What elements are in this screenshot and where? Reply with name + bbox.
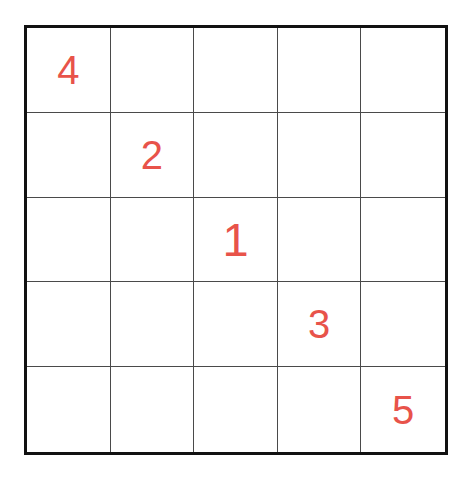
grid-cell-r3c3[interactable]: 3 (278, 282, 362, 367)
puzzle-board: 42135 (24, 25, 448, 455)
grid-cell-r1c4[interactable] (361, 113, 445, 198)
grid-cell-r2c2[interactable]: 1 (194, 198, 278, 283)
grid-cell-r3c4[interactable] (361, 282, 445, 367)
grid-cell-r4c2[interactable] (194, 367, 278, 452)
grid-cell-r1c0[interactable] (27, 113, 111, 198)
grid-cell-r2c3[interactable] (278, 198, 362, 283)
grid-cell-r2c1[interactable] (111, 198, 195, 283)
cell-value: 2 (141, 135, 163, 175)
cell-value: 1 (222, 216, 248, 263)
grid-cell-r0c3[interactable] (278, 28, 362, 113)
grid-cell-r3c2[interactable] (194, 282, 278, 367)
grid-cell-r0c2[interactable] (194, 28, 278, 113)
grid-cell-r1c2[interactable] (194, 113, 278, 198)
cell-value: 4 (57, 50, 79, 90)
grid-cell-r4c4[interactable]: 5 (361, 367, 445, 452)
grid-cell-r4c0[interactable] (27, 367, 111, 452)
grid-cell-r3c1[interactable] (111, 282, 195, 367)
puzzle-page: 42135 (0, 0, 472, 480)
cell-value: 3 (308, 304, 330, 344)
grid-cell-r0c0[interactable]: 4 (27, 28, 111, 113)
grid-cell-r4c3[interactable] (278, 367, 362, 452)
cell-value: 5 (392, 390, 414, 430)
grid-cell-r2c0[interactable] (27, 198, 111, 283)
grid-cell-r0c4[interactable] (361, 28, 445, 113)
grid-cell-r3c0[interactable] (27, 282, 111, 367)
grid-cell-r1c3[interactable] (278, 113, 362, 198)
grid-cell-r4c1[interactable] (111, 367, 195, 452)
grid-cell-r2c4[interactable] (361, 198, 445, 283)
grid-cell-r1c1[interactable]: 2 (111, 113, 195, 198)
grid-cell-r0c1[interactable] (111, 28, 195, 113)
